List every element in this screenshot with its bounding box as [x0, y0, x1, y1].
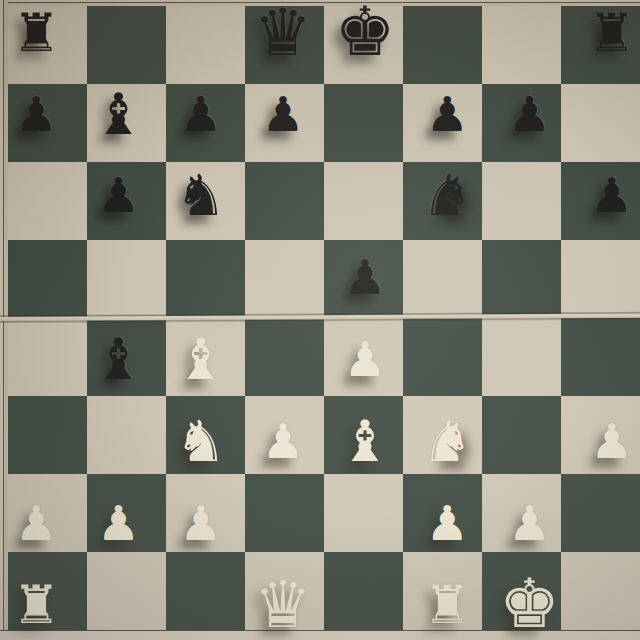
square-a8[interactable]: ♜: [8, 6, 87, 84]
square-d3[interactable]: ♟: [245, 396, 324, 474]
square-a7[interactable]: ♟: [8, 84, 87, 162]
square-b6[interactable]: ♟: [87, 162, 166, 240]
square-d4[interactable]: [245, 318, 324, 396]
white-rook-a1[interactable]: ♜: [0, 565, 76, 640]
square-a4[interactable]: [8, 318, 87, 396]
square-c3[interactable]: ♞: [166, 396, 245, 474]
square-g7[interactable]: ♟: [482, 84, 561, 162]
white-king-g1[interactable]: ♚: [490, 565, 569, 640]
square-b1[interactable]: [87, 552, 166, 630]
square-g3[interactable]: [482, 396, 561, 474]
white-pawn-e4[interactable]: ♟: [326, 320, 405, 398]
square-e2[interactable]: [324, 474, 403, 552]
square-d2[interactable]: [245, 474, 324, 552]
square-b4[interactable]: ♝: [87, 318, 166, 396]
square-a2[interactable]: ♟: [8, 474, 87, 552]
white-pawn-c2[interactable]: ♟: [161, 484, 240, 562]
black-pawn-f7[interactable]: ♟: [408, 75, 487, 153]
white-knight-c3[interactable]: ♞: [161, 402, 240, 480]
white-rook-f1[interactable]: ♜: [408, 565, 487, 640]
square-g2[interactable]: ♟: [482, 474, 561, 552]
square-a3[interactable]: [8, 396, 87, 474]
square-c7[interactable]: ♟: [166, 84, 245, 162]
chess-board-photo: ♜♛♚♜♟♝♟♟♟♟♟♞♞♟♟♝♝♟♞♟♝♞♟♟♟♟♟♟♜♛♜♚: [0, 0, 640, 640]
square-c6[interactable]: ♞: [166, 162, 245, 240]
square-g5[interactable]: [482, 240, 561, 318]
black-pawn-b6[interactable]: ♟: [79, 156, 158, 234]
square-c5[interactable]: [166, 240, 245, 318]
black-pawn-d7[interactable]: ♟: [243, 75, 322, 153]
square-d8[interactable]: ♛: [245, 6, 324, 84]
square-f3[interactable]: ♞: [403, 396, 482, 474]
black-pawn-e5[interactable]: ♟: [326, 238, 405, 316]
square-h3[interactable]: ♟: [561, 396, 640, 474]
square-d5[interactable]: [245, 240, 324, 318]
square-g8[interactable]: [482, 6, 561, 84]
white-pawn-f2[interactable]: ♟: [408, 484, 487, 562]
square-h5[interactable]: [561, 240, 640, 318]
square-g4[interactable]: [482, 318, 561, 396]
black-queen-d8[interactable]: ♛: [243, 0, 322, 71]
black-rook-a8[interactable]: ♜: [0, 0, 76, 71]
square-b2[interactable]: ♟: [87, 474, 166, 552]
black-pawn-h6[interactable]: ♟: [572, 156, 640, 234]
square-e1[interactable]: [324, 552, 403, 630]
square-b7[interactable]: ♝: [87, 84, 166, 162]
square-e8[interactable]: ♚: [324, 6, 403, 84]
white-pawn-d3[interactable]: ♟: [243, 402, 322, 480]
square-f2[interactable]: ♟: [403, 474, 482, 552]
square-e7[interactable]: [324, 84, 403, 162]
black-pawn-a7[interactable]: ♟: [0, 75, 76, 153]
black-pawn-g7[interactable]: ♟: [490, 75, 569, 153]
square-f5[interactable]: [403, 240, 482, 318]
white-bishop-c4[interactable]: ♝: [161, 320, 240, 398]
square-h1[interactable]: [561, 552, 640, 630]
white-pawn-b2[interactable]: ♟: [79, 484, 158, 562]
square-f8[interactable]: [403, 6, 482, 84]
square-f6[interactable]: ♞: [403, 162, 482, 240]
white-queen-d1[interactable]: ♛: [243, 565, 322, 640]
black-pawn-c7[interactable]: ♟: [161, 75, 240, 153]
black-rook-h8[interactable]: ♜: [572, 0, 640, 71]
square-f7[interactable]: ♟: [403, 84, 482, 162]
square-e6[interactable]: [324, 162, 403, 240]
black-knight-c6[interactable]: ♞: [161, 156, 240, 234]
black-bishop-b4[interactable]: ♝: [79, 320, 158, 398]
square-e4[interactable]: ♟: [324, 318, 403, 396]
black-king-e8[interactable]: ♚: [326, 0, 405, 71]
square-f4[interactable]: [403, 318, 482, 396]
square-h8[interactable]: ♜: [561, 6, 640, 84]
square-c4[interactable]: ♝: [166, 318, 245, 396]
white-pawn-g2[interactable]: ♟: [490, 484, 569, 562]
square-b3[interactable]: [87, 396, 166, 474]
black-knight-f6[interactable]: ♞: [408, 156, 487, 234]
square-c8[interactable]: [166, 6, 245, 84]
square-d6[interactable]: [245, 162, 324, 240]
square-g1[interactable]: ♚: [482, 552, 561, 630]
square-a5[interactable]: [8, 240, 87, 318]
square-h4[interactable]: [561, 318, 640, 396]
square-a6[interactable]: [8, 162, 87, 240]
square-d7[interactable]: ♟: [245, 84, 324, 162]
square-h6[interactable]: ♟: [561, 162, 640, 240]
square-e5[interactable]: ♟: [324, 240, 403, 318]
white-pawn-h3[interactable]: ♟: [572, 402, 640, 480]
square-b5[interactable]: [87, 240, 166, 318]
square-e3[interactable]: ♝: [324, 396, 403, 474]
white-bishop-e3[interactable]: ♝: [326, 402, 405, 480]
white-pawn-a2[interactable]: ♟: [0, 484, 76, 562]
white-knight-f3[interactable]: ♞: [408, 402, 487, 480]
black-bishop-b7[interactable]: ♝: [79, 75, 158, 153]
square-h7[interactable]: [561, 84, 640, 162]
square-c1[interactable]: [166, 552, 245, 630]
square-a1[interactable]: ♜: [8, 552, 87, 630]
square-d1[interactable]: ♛: [245, 552, 324, 630]
square-c2[interactable]: ♟: [166, 474, 245, 552]
square-g6[interactable]: [482, 162, 561, 240]
square-f1[interactable]: ♜: [403, 552, 482, 630]
square-b8[interactable]: [87, 6, 166, 84]
square-h2[interactable]: [561, 474, 640, 552]
